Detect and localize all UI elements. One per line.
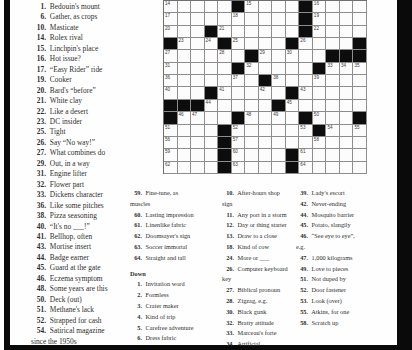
- black-cell-r14c5: [218, 149, 232, 161]
- grid-cell-r2c5[interactable]: [218, 1, 232, 13]
- grid-cell-r6c10[interactable]: 30: [286, 50, 300, 62]
- grid-cell-r8c13[interactable]: [326, 75, 340, 87]
- grid-cell-r15c3[interactable]: [191, 162, 205, 174]
- clue-number: 58.: [296, 318, 308, 329]
- grid-cell-r10c5[interactable]: [218, 100, 232, 112]
- grid-cell-r7c3[interactable]: [191, 63, 205, 75]
- grid-cell-r10c10[interactable]: 45: [286, 100, 300, 112]
- grid-cell-r12c13[interactable]: 54: [326, 125, 340, 137]
- grid-cell-r14c8[interactable]: [259, 149, 273, 161]
- cell-number: 57: [233, 137, 238, 142]
- clue-18: 18. Kind of cow: [222, 242, 295, 253]
- clue-number: 51.: [296, 274, 308, 285]
- clue-49: 49. Love to pieces: [296, 264, 367, 275]
- cell-number: 50: [314, 112, 319, 117]
- grid-cell-r6c12[interactable]: [313, 50, 327, 62]
- grid-cell-r8c5[interactable]: [218, 75, 232, 87]
- grid-cell-r4c5[interactable]: 21: [218, 26, 232, 38]
- cell-number: 21: [219, 26, 224, 31]
- grid-cell-r10c12[interactable]: [313, 100, 327, 112]
- grid-cell-r5c6[interactable]: 25: [232, 38, 246, 50]
- grid-cell-r9c5[interactable]: 41: [218, 87, 232, 99]
- grid-cell-r8c11[interactable]: [299, 75, 313, 87]
- cell-number: 54: [327, 125, 332, 130]
- grid-cell-r4c15[interactable]: [353, 26, 367, 38]
- grid-cell-r3c12[interactable]: 19: [313, 13, 327, 25]
- grid-cell-r13c8[interactable]: [259, 137, 273, 149]
- clue-number: 16.: [31, 54, 46, 64]
- clue-6: 6. Gather, as crops: [31, 12, 119, 22]
- grid-cell-r4c14[interactable]: [340, 26, 354, 38]
- black-cell-r15c10: [286, 162, 300, 174]
- cell-number: 45: [287, 100, 292, 105]
- grid-cell-r3c6[interactable]: 18: [232, 13, 246, 25]
- clue-number: 5.: [130, 323, 142, 334]
- grid-cell-r9c7[interactable]: [245, 87, 259, 99]
- grid-cell-r5c8[interactable]: [259, 38, 273, 50]
- black-cell-r8c8: [259, 75, 273, 87]
- grid-cell-r11c4[interactable]: [205, 112, 219, 124]
- grid-cell-r4c7[interactable]: [245, 26, 259, 38]
- grid-cell-r14c4[interactable]: [205, 149, 219, 161]
- page-edge-left-bar: [4, 0, 10, 350]
- clue-42: 42. Never-ending: [296, 199, 367, 210]
- cell-number: 37: [233, 75, 238, 80]
- cell-number: 53: [300, 125, 305, 130]
- grid-cell-r6c4[interactable]: [205, 50, 219, 62]
- grid-cell-r4c13[interactable]: [326, 26, 340, 38]
- grid-cell-r9c6[interactable]: [232, 87, 246, 99]
- clue-number: 27.: [222, 285, 234, 296]
- grid-cell-r8c14[interactable]: [340, 75, 354, 87]
- clue-number: 26.: [31, 138, 46, 148]
- grid-cell-r12c3[interactable]: [191, 125, 205, 137]
- grid-cell-r12c10[interactable]: [286, 125, 300, 137]
- clue-26: 26. Say “No way!”: [31, 138, 119, 148]
- grid-cell-r12c9[interactable]: [272, 125, 286, 137]
- clue-21: 21. White clay: [31, 96, 119, 106]
- grid-cell-r3c8[interactable]: [259, 13, 273, 25]
- grid-cell-r5c12[interactable]: [313, 38, 327, 50]
- clue-number: 24.: [222, 253, 234, 264]
- black-cell-r9c10: [286, 87, 300, 99]
- grid-cell-r5c11[interactable]: 26: [299, 38, 313, 50]
- cell-number: 39: [314, 75, 319, 80]
- grid-cell-r13c15[interactable]: [353, 137, 367, 149]
- cell-number: 34: [341, 63, 346, 68]
- grid-cell-r11c2[interactable]: 46: [178, 112, 192, 124]
- grid-cell-r3c5[interactable]: [218, 13, 232, 25]
- grid-cell-r15c11[interactable]: 64: [299, 162, 313, 174]
- clue-number: 51.: [31, 305, 46, 315]
- grid-cell-r8c4[interactable]: [205, 75, 219, 87]
- grid-cell-r7c11[interactable]: [299, 63, 313, 75]
- grid-cell-r13c2[interactable]: [178, 137, 192, 149]
- grid-cell-r7c10[interactable]: [286, 63, 300, 75]
- grid-cell-r13c13[interactable]: [326, 137, 340, 149]
- grid-cell-r2c7[interactable]: 15: [245, 1, 259, 13]
- cell-number: 23: [179, 38, 184, 43]
- grid-cell-r15c12[interactable]: [313, 162, 327, 174]
- grid-cell-r7c1[interactable]: 31: [164, 63, 178, 75]
- grid-cell-r3c9[interactable]: [272, 13, 286, 25]
- grid-cell-r9c15[interactable]: [353, 87, 367, 99]
- black-cell-r13c5: [218, 137, 232, 149]
- black-cell-r12c5: [218, 125, 232, 137]
- grid-cell-r3c15[interactable]: [353, 13, 367, 25]
- grid-cell-r13c9[interactable]: [272, 137, 286, 149]
- clue-58: 58. Scratch up: [296, 318, 367, 329]
- grid-cell-r4c1[interactable]: 20: [164, 26, 178, 38]
- grid-cell-r2c12[interactable]: 16: [313, 1, 327, 13]
- grid-cell-r14c12[interactable]: [313, 149, 327, 161]
- clue-59: 59. Fine-tune, asmuscles: [130, 188, 201, 210]
- clue-number: 10.: [31, 23, 46, 33]
- grid-cell-r4c2[interactable]: [178, 26, 192, 38]
- clue-number: 33.: [222, 328, 234, 339]
- clue-33: 33. Dickens character: [31, 190, 119, 200]
- grid-cell-r3c7[interactable]: [245, 13, 259, 25]
- grid-cell-r12c6[interactable]: 52: [232, 125, 246, 137]
- grid-cell-r14c7[interactable]: [245, 149, 259, 161]
- grid-cell-r15c1[interactable]: 62: [164, 162, 178, 174]
- grid-cell-r9c11[interactable]: 43: [299, 87, 313, 99]
- grid-cell-r6c1[interactable]: 27: [164, 50, 178, 62]
- grid-cell-r13c3[interactable]: [191, 137, 205, 149]
- clue-number: 22.: [31, 107, 46, 117]
- grid-cell-r4c9[interactable]: [272, 26, 286, 38]
- clue-1: 1. Invitation word: [130, 279, 201, 290]
- clue-number: 17.: [31, 65, 46, 75]
- grid-cell-r14c2[interactable]: [178, 149, 192, 161]
- grid-cell-r2c9[interactable]: [272, 1, 286, 13]
- clue-number: 2.: [130, 290, 142, 301]
- grid-cell-r5c7[interactable]: [245, 38, 259, 50]
- clue-43: 43. Mortise insert: [31, 242, 119, 252]
- grid-cell-r14c11[interactable]: 61: [299, 149, 313, 161]
- crossword-grid: 1415161718192021222324252627282930313233…: [163, 0, 367, 174]
- clue-number: 27.: [31, 148, 46, 158]
- clue-33: 33. Marceau's forte: [222, 328, 295, 339]
- black-cell-r2c6: [232, 1, 246, 13]
- puzzle-page: 1415161718192021222324252627282930313233…: [0, 0, 412, 350]
- clue-40: 40. “It's no ___!”: [31, 222, 119, 232]
- grid-cell-r10c8[interactable]: [259, 100, 273, 112]
- grid-cell-r11c10[interactable]: [286, 112, 300, 124]
- grid-cell-r3c3[interactable]: [191, 13, 205, 25]
- cell-number: 16: [314, 1, 319, 6]
- grid-cell-r8c9[interactable]: 38: [272, 75, 286, 87]
- grid-cell-r14c15[interactable]: [353, 149, 367, 161]
- grid-cell-r13c7[interactable]: [245, 137, 259, 149]
- grid-cell-r9c3[interactable]: [191, 87, 205, 99]
- grid-cell-r8c12[interactable]: 39: [313, 75, 327, 87]
- cell-number: 15: [246, 1, 251, 6]
- clue-44: 44. Mosquito barrier: [296, 210, 367, 221]
- clue-46: 46. “See eye to eye”,e.g.: [296, 231, 367, 253]
- clue-number: 20.: [31, 86, 46, 96]
- grid-cell-r7c14[interactable]: 34: [340, 63, 354, 75]
- grid-cell-r10c11[interactable]: [299, 100, 313, 112]
- cell-number: 49: [273, 112, 278, 117]
- grid-cell-r7c7[interactable]: 32: [245, 63, 259, 75]
- grid-cell-r12c8[interactable]: [259, 125, 273, 137]
- grid-cell-r6c8[interactable]: 29: [259, 50, 273, 62]
- grid-cell-r9c2[interactable]: [178, 87, 192, 99]
- grid-cell-r6c5[interactable]: 28: [218, 50, 232, 62]
- clue-13: 13. Draw to a close: [222, 231, 295, 242]
- grid-cell-r5c9[interactable]: [272, 38, 286, 50]
- grid-cell-r2c4[interactable]: [205, 1, 219, 13]
- grid-cell-r15c13[interactable]: [326, 162, 340, 174]
- grid-cell-r6c11[interactable]: [299, 50, 313, 62]
- grid-cell-r14c1[interactable]: 59: [164, 149, 178, 161]
- cell-number: 31: [165, 63, 170, 68]
- clue-number: 23.: [31, 117, 46, 127]
- cell-number: 38: [273, 75, 278, 80]
- grid-cell-r6c2[interactable]: [178, 50, 192, 62]
- grid-cell-r13c12[interactable]: 58: [313, 137, 327, 149]
- grid-cell-r15c6[interactable]: 63: [232, 162, 246, 174]
- grid-cell-r12c14[interactable]: [340, 125, 354, 137]
- grid-cell-r2c13[interactable]: [326, 1, 340, 13]
- black-cell-r4c11: [299, 26, 313, 38]
- grid-cell-r6c3[interactable]: [191, 50, 205, 62]
- grid-cell-r4c10[interactable]: [286, 26, 300, 38]
- black-cell-r6c14: [340, 50, 354, 62]
- cell-number: 62: [165, 162, 170, 167]
- clue-12: 12. Day or thing starter: [222, 220, 295, 231]
- clue-number: 52.: [296, 285, 308, 296]
- clue-number: 63.: [130, 242, 142, 253]
- grid-cell-r11c9[interactable]: 49: [272, 112, 286, 124]
- cell-number: 41: [219, 87, 224, 92]
- grid-cell-r12c1[interactable]: 51: [164, 125, 178, 137]
- grid-cell-r12c11[interactable]: 53: [299, 125, 313, 137]
- clue-26: 26. Computer keyboardkey: [222, 264, 295, 286]
- grid-cell-r13c6[interactable]: 57: [232, 137, 246, 149]
- grid-cell-r2c3[interactable]: [191, 1, 205, 13]
- grid-cell-r9c14[interactable]: [340, 87, 354, 99]
- grid-cell-r2c15[interactable]: [353, 1, 367, 13]
- clue-62: 62. Doomsayer's sign: [130, 231, 201, 242]
- clue-17: 17. “Easy Rider” ride: [31, 65, 119, 75]
- grid-cell-r14c13[interactable]: [326, 149, 340, 161]
- cell-number: 56: [165, 137, 170, 142]
- grid-cell-r10c6[interactable]: [232, 100, 246, 112]
- black-cell-r2c11: [299, 1, 313, 13]
- black-cell-r6c15: [353, 50, 367, 62]
- grid-cell-r6c9[interactable]: [272, 50, 286, 62]
- clue-number: 18.: [222, 242, 234, 253]
- page-edge-right-bar: [397, 0, 412, 350]
- grid-cell-r14c14[interactable]: [340, 149, 354, 161]
- cell-number: 24: [206, 38, 211, 43]
- grid-cell-r9c9[interactable]: [272, 87, 286, 99]
- black-cell-r11c11: [299, 112, 313, 124]
- grid-cell-r11c8[interactable]: [259, 112, 273, 124]
- grid-cell-r8c10[interactable]: [286, 75, 300, 87]
- clue-number: 34.: [222, 339, 234, 350]
- grid-cell-r8c7[interactable]: [245, 75, 259, 87]
- black-cell-r7c6: [232, 63, 246, 75]
- grid-cell-r11c7[interactable]: 48: [245, 112, 259, 124]
- grid-cell-r7c4[interactable]: [205, 63, 219, 75]
- clue-45: 45. Potato, slangily: [296, 220, 367, 231]
- clue-number: 39.: [296, 188, 308, 199]
- clue-number: 33.: [31, 190, 46, 200]
- clue-64: 64. Straight and tall: [130, 253, 201, 264]
- grid-cell-r14c3[interactable]: [191, 149, 205, 161]
- grid-cell-r9c13[interactable]: [326, 87, 340, 99]
- grid-cell-r2c2[interactable]: [178, 1, 192, 13]
- grid-cell-r11c5[interactable]: [218, 112, 232, 124]
- grid-cell-r10c14[interactable]: [340, 100, 354, 112]
- clue-61: 61. Linenlike fabric: [130, 220, 201, 231]
- grid-cell-r7c15[interactable]: 35: [353, 63, 367, 75]
- clue-6: 6. Dress fabric: [130, 333, 201, 344]
- grid-cell-r11c12[interactable]: 50: [313, 112, 327, 124]
- grid-cell-r9c8[interactable]: 42: [259, 87, 273, 99]
- clue-number: 55.: [296, 307, 308, 318]
- grid-cell-r5c13[interactable]: [326, 38, 340, 50]
- clue-60: 60. Lasting impression: [130, 210, 201, 221]
- clue-number: 44.: [31, 253, 46, 263]
- clue-number: 32.: [222, 318, 234, 329]
- clue-2: 2. Formless: [130, 290, 201, 301]
- grid-cell-r2c8[interactable]: [259, 1, 273, 13]
- grid-cell-r3c1[interactable]: 17: [164, 13, 178, 25]
- grid-cell-r13c4[interactable]: [205, 137, 219, 149]
- grid-cell-r11c14[interactable]: [340, 112, 354, 124]
- cell-number: 20: [165, 26, 170, 31]
- cell-number: 44: [206, 100, 211, 105]
- grid-cell-r4c3[interactable]: [191, 26, 205, 38]
- grid-cell-r9c1[interactable]: 40: [164, 87, 178, 99]
- clue-column-4: 39. Lady's escort42. Never-ending44. Mos…: [296, 188, 367, 328]
- grid-cell-r15c8[interactable]: [259, 162, 273, 174]
- grid-cell-r14c9[interactable]: [272, 149, 286, 161]
- grid-cell-r8c1[interactable]: 36: [164, 75, 178, 87]
- grid-cell-r12c15[interactable]: 55: [353, 125, 367, 137]
- cell-number: 43: [300, 87, 305, 92]
- grid-cell-r13c14[interactable]: [340, 137, 354, 149]
- black-cell-r10c2: [178, 100, 192, 112]
- grid-cell-r8c15[interactable]: [353, 75, 367, 87]
- clue-column-1: 1. Bedouin's mount6. Gather, as crops10.…: [31, 2, 119, 347]
- grid-cell-r10c15[interactable]: [353, 100, 367, 112]
- grid-cell-r15c2[interactable]: [178, 162, 192, 174]
- grid-cell-r3c2[interactable]: [178, 13, 192, 25]
- clue-number: 19.: [31, 75, 46, 85]
- grid-cell-r13c1[interactable]: 56: [164, 137, 178, 149]
- clue-20: 20. Bard's “before”: [31, 86, 119, 96]
- black-cell-r10c1: [164, 100, 178, 112]
- clue-30: 30. Black gunk: [222, 307, 295, 318]
- cell-number: 63: [233, 162, 238, 167]
- grid-cell-r5c4[interactable]: 24: [205, 38, 219, 50]
- grid-cell-r11c3[interactable]: 47: [191, 112, 205, 124]
- cell-number: 42: [260, 87, 265, 92]
- clue-14: 14. Rolex rival: [31, 33, 119, 43]
- grid-cell-r7c13[interactable]: 33: [326, 63, 340, 75]
- black-cell-r11c1: [164, 112, 178, 124]
- grid-cell-r3c10[interactable]: [286, 13, 300, 25]
- grid-cell-r4c8[interactable]: [259, 26, 273, 38]
- grid-cell-r3c13[interactable]: [326, 13, 340, 25]
- grid-cell-r15c4[interactable]: [205, 162, 219, 174]
- clue-27: 27. Biblical pronoun: [222, 285, 295, 296]
- grid-cell-r15c7[interactable]: [245, 162, 259, 174]
- grid-cell-r13c11[interactable]: [299, 137, 313, 149]
- grid-cell-r5c14[interactable]: [340, 38, 354, 50]
- cell-number: 48: [246, 112, 251, 117]
- grid-cell-r7c5[interactable]: [218, 63, 232, 75]
- grid-cell-r8c3[interactable]: [191, 75, 205, 87]
- clue-44: 44. Badge earner: [31, 253, 119, 263]
- clue-number: 11.: [222, 210, 234, 221]
- clue-50: 50. Deck (out): [31, 295, 119, 305]
- clue-63: 63. Soccer immortal: [130, 242, 201, 253]
- clue-number: 26.: [222, 264, 234, 275]
- black-cell-r3c11: [299, 13, 313, 25]
- black-cell-r11c6: [232, 112, 246, 124]
- grid-cell-r2c1[interactable]: 14: [164, 1, 178, 13]
- grid-cell-r12c2[interactable]: [178, 125, 192, 137]
- clue-number: 60.: [130, 210, 142, 221]
- clue-number: 6.: [130, 333, 142, 344]
- cell-number: 61: [300, 149, 305, 154]
- grid-cell-r15c9[interactable]: [272, 162, 286, 174]
- clue-number: 3.: [130, 301, 142, 312]
- grid-cell-r5c2[interactable]: 23: [178, 38, 192, 50]
- grid-cell-r8c2[interactable]: [178, 75, 192, 87]
- grid-cell-r4c6[interactable]: [232, 26, 246, 38]
- clue-31: 31. Engine lifter: [31, 169, 119, 179]
- grid-cell-r11c13[interactable]: [326, 112, 340, 124]
- grid-cell-r12c7[interactable]: [245, 125, 259, 137]
- grid-cell-r10c4[interactable]: 44: [205, 100, 219, 112]
- clue-number: 40.: [31, 222, 46, 232]
- grid-cell-r7c9[interactable]: [272, 63, 286, 75]
- grid-cell-r8c6[interactable]: 37: [232, 75, 246, 87]
- clue-number: 29.: [31, 159, 46, 169]
- grid-cell-r12c4[interactable]: [205, 125, 219, 137]
- clue-number: 30.: [222, 307, 234, 318]
- grid-cell-r7c2[interactable]: [178, 63, 192, 75]
- grid-cell-r10c7[interactable]: [245, 100, 259, 112]
- grid-cell-r3c14[interactable]: [340, 13, 354, 25]
- black-cell-r11c15: [353, 112, 367, 124]
- grid-cell-r10c13[interactable]: [326, 100, 340, 112]
- grid-cell-r15c15[interactable]: [353, 162, 367, 174]
- grid-cell-r4c12[interactable]: 22: [313, 26, 327, 38]
- grid-cell-r13c10[interactable]: [286, 137, 300, 149]
- grid-cell-r3c4[interactable]: [205, 13, 219, 25]
- grid-cell-r9c12[interactable]: [313, 87, 327, 99]
- grid-cell-r5c3[interactable]: [191, 38, 205, 50]
- grid-cell-r15c14[interactable]: [340, 162, 354, 174]
- grid-cell-r2c10[interactable]: [286, 1, 300, 13]
- cell-number: 18: [233, 13, 238, 18]
- clue-number: 38.: [31, 211, 46, 221]
- grid-cell-r2c14[interactable]: [340, 1, 354, 13]
- clue-53: 53. Look (over): [296, 296, 367, 307]
- clue-4: 4. Kind of trip: [130, 312, 201, 323]
- grid-cell-r7c8[interactable]: [259, 63, 273, 75]
- grid-cell-r14c6[interactable]: 60: [232, 149, 246, 161]
- grid-cell-r6c6[interactable]: [232, 50, 246, 62]
